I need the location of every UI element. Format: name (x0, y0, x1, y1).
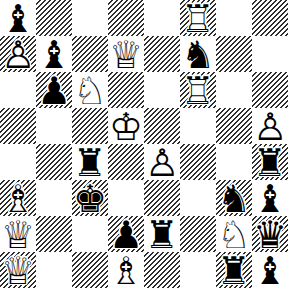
white-rook-icon: ♖ (180, 73, 216, 109)
white-queen-piece[interactable]: ♛♕ (108, 36, 144, 72)
square-e4[interactable]: ♟♙ (144, 144, 180, 180)
square-d5[interactable]: ♚♔ (108, 108, 144, 144)
square-e1[interactable] (144, 252, 180, 288)
black-pawn-icon: ♟ (36, 73, 72, 109)
square-b5[interactable] (36, 108, 72, 144)
square-a6[interactable] (0, 72, 36, 108)
white-queen-icon: ♕ (0, 217, 36, 253)
black-rook-icon: ♜ (216, 253, 252, 288)
square-b1[interactable] (36, 252, 72, 288)
white-pawn-piece[interactable]: ♟♙ (144, 144, 180, 180)
square-h3[interactable]: ♝♝ (252, 180, 288, 216)
black-king-icon: ♚ (72, 181, 108, 217)
square-c4[interactable]: ♜♜ (72, 144, 108, 180)
black-queen-icon: ♛ (252, 217, 288, 253)
black-rook-piece[interactable]: ♜♜ (252, 144, 288, 180)
white-queen-piece[interactable]: ♛♕ (0, 216, 36, 252)
white-pawn-icon: ♙ (144, 145, 180, 181)
white-rook-icon: ♖ (180, 1, 216, 37)
white-knight-piece[interactable]: ♞♘ (72, 72, 108, 108)
square-a5[interactable] (0, 108, 36, 144)
black-rook-icon: ♜ (144, 217, 180, 253)
white-king-piece[interactable]: ♚♔ (108, 108, 144, 144)
black-queen-piece[interactable]: ♛♛ (252, 216, 288, 252)
black-pawn-icon: ♟ (108, 217, 144, 253)
black-bishop-icon: ♝ (36, 37, 72, 73)
black-bishop-piece[interactable]: ♝♝ (252, 252, 288, 288)
black-knight-icon: ♞ (216, 181, 252, 217)
square-b8[interactable] (36, 0, 72, 36)
square-b3[interactable] (36, 180, 72, 216)
square-h1[interactable]: ♝♝ (252, 252, 288, 288)
white-queen-piece[interactable]: ♛♕ (0, 252, 36, 288)
square-e3[interactable] (144, 180, 180, 216)
square-f8[interactable]: ♜♖ (180, 0, 216, 36)
white-pawn-piece[interactable]: ♟♙ (252, 108, 288, 144)
square-g3[interactable]: ♞♞ (216, 180, 252, 216)
white-queen-icon: ♕ (108, 37, 144, 73)
black-rook-icon: ♜ (252, 145, 288, 181)
square-d7[interactable]: ♛♕ (108, 36, 144, 72)
square-d4[interactable] (108, 144, 144, 180)
square-f5[interactable] (180, 108, 216, 144)
square-h5[interactable]: ♟♙ (252, 108, 288, 144)
white-bishop-icon: ♗ (0, 181, 36, 217)
black-bishop-icon: ♝ (252, 253, 288, 288)
square-g2[interactable]: ♞♘ (216, 216, 252, 252)
black-bishop-piece[interactable]: ♝♝ (36, 36, 72, 72)
square-c6[interactable]: ♞♘ (72, 72, 108, 108)
square-b4[interactable] (36, 144, 72, 180)
black-rook-icon: ♜ (72, 145, 108, 181)
square-f6[interactable]: ♜♖ (180, 72, 216, 108)
white-bishop-piece[interactable]: ♝♗ (0, 180, 36, 216)
white-knight-icon: ♘ (216, 217, 252, 253)
square-c3[interactable]: ♚♚ (72, 180, 108, 216)
square-c5[interactable] (72, 108, 108, 144)
square-a3[interactable]: ♝♗ (0, 180, 36, 216)
black-pawn-piece[interactable]: ♟♟ (108, 216, 144, 252)
square-d6[interactable] (108, 72, 144, 108)
black-king-piece[interactable]: ♚♚ (72, 180, 108, 216)
black-bishop-icon: ♝ (252, 181, 288, 217)
black-knight-piece[interactable]: ♞♞ (216, 180, 252, 216)
black-bishop-icon: ♝ (0, 1, 36, 37)
black-rook-piece[interactable]: ♜♜ (72, 144, 108, 180)
white-bishop-icon: ♗ (108, 253, 144, 288)
square-g8[interactable] (216, 0, 252, 36)
square-d3[interactable] (108, 180, 144, 216)
square-d1[interactable]: ♝♗ (108, 252, 144, 288)
white-pawn-icon: ♙ (0, 37, 36, 73)
square-e2[interactable]: ♜♜ (144, 216, 180, 252)
square-b6[interactable]: ♟♟ (36, 72, 72, 108)
square-c8[interactable] (72, 0, 108, 36)
white-bishop-piece[interactable]: ♝♗ (108, 252, 144, 288)
white-rook-piece[interactable]: ♜♖ (180, 0, 216, 36)
square-b2[interactable] (36, 216, 72, 252)
square-a7[interactable]: ♟♙ (0, 36, 36, 72)
chess-board: ♝♝♜♖♟♙♝♝♛♕♞♞♟♟♞♘♜♖♚♔♟♙♜♜♟♙♜♜♝♗♚♚♞♞♝♝♛♕♟♟… (0, 0, 288, 288)
square-g1[interactable]: ♜♜ (216, 252, 252, 288)
white-rook-piece[interactable]: ♜♖ (180, 72, 216, 108)
square-d8[interactable] (108, 0, 144, 36)
white-pawn-icon: ♙ (252, 109, 288, 145)
square-f1[interactable] (180, 252, 216, 288)
square-c2[interactable] (72, 216, 108, 252)
square-c7[interactable] (72, 36, 108, 72)
square-c1[interactable] (72, 252, 108, 288)
square-a1[interactable]: ♛♕ (0, 252, 36, 288)
white-knight-piece[interactable]: ♞♘ (216, 216, 252, 252)
square-f4[interactable] (180, 144, 216, 180)
square-f3[interactable] (180, 180, 216, 216)
black-knight-icon: ♞ (180, 37, 216, 73)
square-g7[interactable] (216, 36, 252, 72)
white-queen-icon: ♕ (0, 253, 36, 288)
square-h8[interactable] (252, 0, 288, 36)
black-pawn-piece[interactable]: ♟♟ (36, 72, 72, 108)
square-g4[interactable] (216, 144, 252, 180)
black-bishop-piece[interactable]: ♝♝ (0, 0, 36, 36)
white-pawn-piece[interactable]: ♟♙ (0, 36, 36, 72)
white-king-icon: ♔ (108, 109, 144, 145)
square-e6[interactable] (144, 72, 180, 108)
square-e5[interactable] (144, 108, 180, 144)
square-h6[interactable] (252, 72, 288, 108)
square-b7[interactable]: ♝♝ (36, 36, 72, 72)
square-d2[interactable]: ♟♟ (108, 216, 144, 252)
square-h7[interactable] (252, 36, 288, 72)
square-a8[interactable]: ♝♝ (0, 0, 36, 36)
square-f7[interactable]: ♞♞ (180, 36, 216, 72)
square-g5[interactable] (216, 108, 252, 144)
square-a2[interactable]: ♛♕ (0, 216, 36, 252)
square-f2[interactable] (180, 216, 216, 252)
white-knight-icon: ♘ (72, 73, 108, 109)
square-h2[interactable]: ♛♛ (252, 216, 288, 252)
black-bishop-piece[interactable]: ♝♝ (252, 180, 288, 216)
square-h4[interactable]: ♜♜ (252, 144, 288, 180)
black-rook-piece[interactable]: ♜♜ (216, 252, 252, 288)
square-e8[interactable] (144, 0, 180, 36)
black-knight-piece[interactable]: ♞♞ (180, 36, 216, 72)
square-g6[interactable] (216, 72, 252, 108)
black-rook-piece[interactable]: ♜♜ (144, 216, 180, 252)
square-e7[interactable] (144, 36, 180, 72)
square-a4[interactable] (0, 144, 36, 180)
